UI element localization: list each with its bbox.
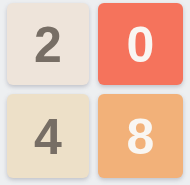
tile-0[interactable]: 0	[98, 3, 183, 85]
tile-8-value: 8	[127, 112, 155, 162]
tile-8[interactable]: 8	[98, 94, 183, 178]
tile-4[interactable]: 4	[7, 94, 89, 178]
2048-board: 2 0 4 8	[0, 0, 190, 185]
tile-2-value: 2	[34, 20, 62, 70]
tile-0-value: 0	[127, 20, 155, 70]
tile-2[interactable]: 2	[7, 3, 89, 85]
tile-4-value: 4	[34, 112, 62, 162]
